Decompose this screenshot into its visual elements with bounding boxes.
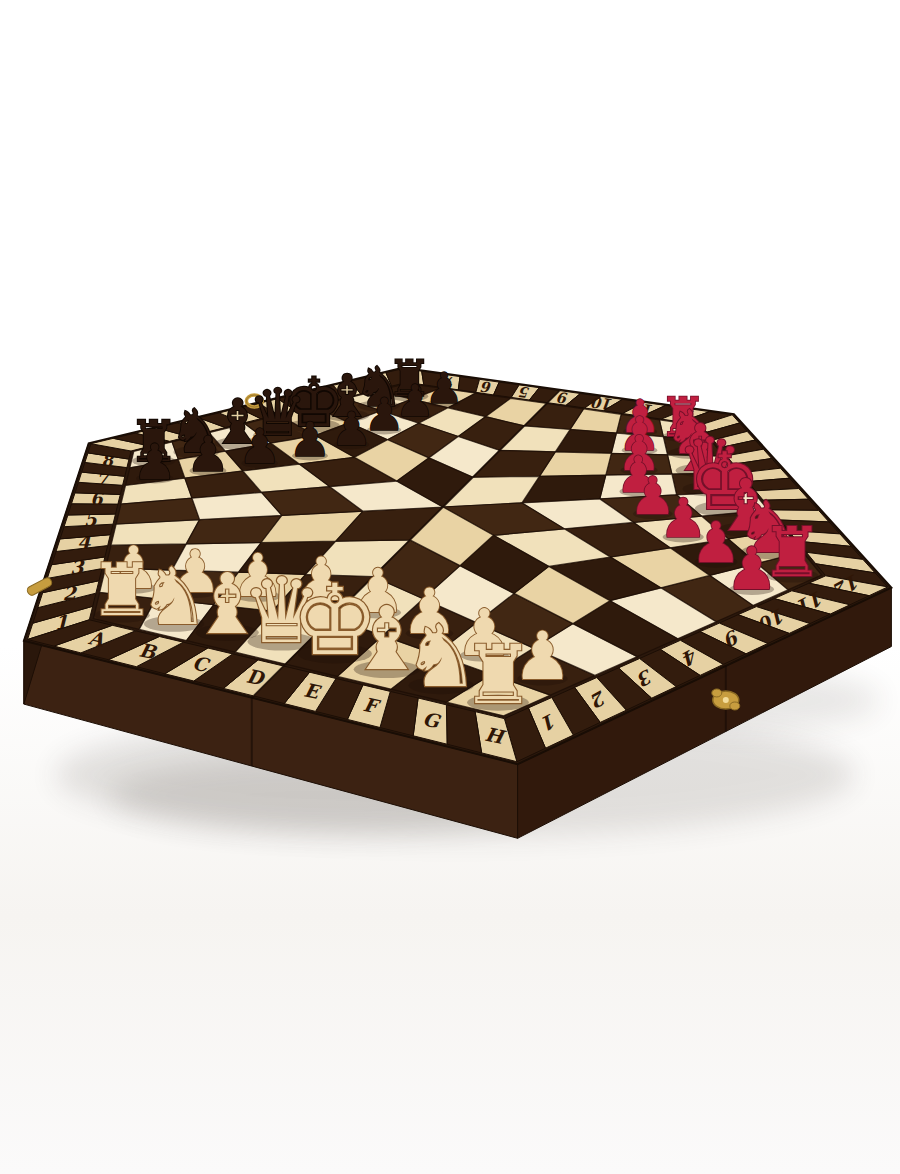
black-pawn-piece: ♟ [289, 412, 331, 467]
brass-clasp-icon [712, 689, 722, 697]
brass-clasp-icon [723, 697, 729, 703]
brass-clasp-icon [730, 702, 740, 710]
black-pawn-piece: ♟ [133, 433, 177, 491]
black-pawn-piece: ♟ [238, 419, 281, 474]
three-player-chess-board: 123456788765910111212111094321HGFEDCBA♜♟… [0, 0, 900, 1174]
black-pawn-piece: ♟ [186, 426, 229, 482]
red-pawn-piece: ♟ [725, 535, 778, 603]
black-pawn-piece: ♟ [331, 402, 372, 456]
scene: 123456788765910111212111094321HGFEDCBA♜♟… [0, 0, 900, 1174]
white-rook-piece: ♜ [462, 627, 535, 722]
